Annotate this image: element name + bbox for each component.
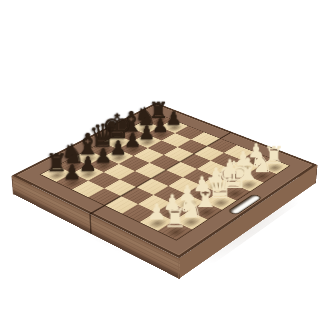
piece-glyph: ♜	[142, 205, 208, 232]
fold-seam-side	[89, 214, 91, 235]
photo-stage: ♜♞♝♚♛♝♞♜♟♟♟♟♟♟♟♟♟♟♟♟♟♟♟♟♜♞♝♚♛♝♞♜	[0, 0, 320, 320]
black-pawn-a7[interactable]: ♟	[56, 173, 88, 189]
piece-glyph: ♟	[42, 162, 103, 182]
white-rook-a1[interactable]: ♜	[158, 221, 192, 240]
chess-board: ♜♞♝♚♛♝♞♜♟♟♟♟♟♟♟♟♟♟♟♟♟♟♟♟♜♞♝♚♛♝♞♜	[12, 103, 317, 258]
chess-set-photo: ♜♞♝♚♛♝♞♜♟♟♟♟♟♟♟♟♟♟♟♟♟♟♟♟♜♞♝♚♛♝♞♜	[0, 0, 320, 320]
